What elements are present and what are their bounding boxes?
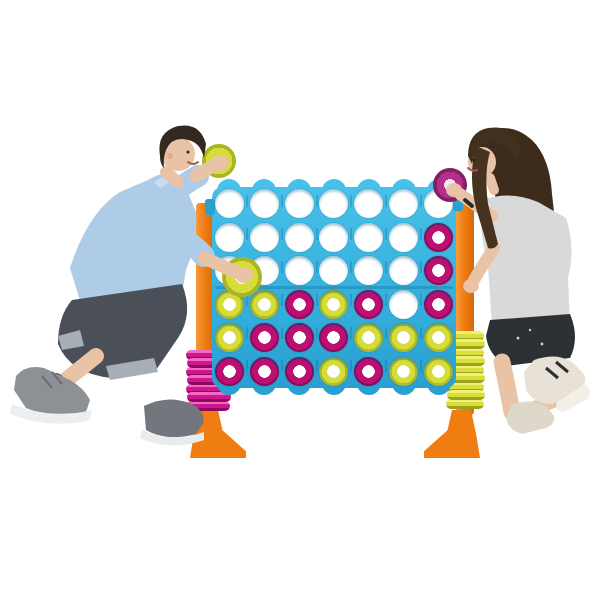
empty-slot <box>319 189 348 218</box>
man-front-forearm <box>204 258 236 272</box>
player-right-woman <box>418 116 598 446</box>
woman-eye <box>473 159 476 162</box>
cell-r4c3[interactable] <box>282 288 317 322</box>
cell-r1c3[interactable] <box>282 187 317 221</box>
cell-r4c6[interactable] <box>386 288 421 322</box>
cell-r6c4[interactable] <box>317 355 352 389</box>
disc-magenta <box>354 357 383 386</box>
cell-r3c4[interactable] <box>317 254 352 288</box>
man-eye <box>186 150 189 153</box>
empty-slot <box>354 189 383 218</box>
disc-yellow <box>389 357 418 386</box>
cell-r5c5[interactable] <box>351 321 386 355</box>
woman-thigh <box>502 362 512 412</box>
disc-magenta <box>354 290 383 319</box>
disc-yellow <box>319 357 348 386</box>
cell-r1c5[interactable] <box>351 187 386 221</box>
cell-r2c5[interactable] <box>351 221 386 255</box>
cell-r5c6[interactable] <box>386 321 421 355</box>
cell-r4c4[interactable] <box>317 288 352 322</box>
man-far-shoe <box>144 399 204 437</box>
cell-r2c3[interactable] <box>282 221 317 255</box>
cell-r6c6[interactable] <box>386 355 421 389</box>
cell-r2c6[interactable] <box>386 221 421 255</box>
empty-slot <box>354 223 383 252</box>
man-neck <box>166 172 178 182</box>
empty-slot <box>319 256 348 285</box>
woman-neck <box>490 178 494 190</box>
cell-r3c3[interactable] <box>282 254 317 288</box>
disc-magenta <box>285 323 314 352</box>
empty-slot <box>389 223 418 252</box>
cell-r3c5[interactable] <box>351 254 386 288</box>
empty-slot <box>389 290 418 319</box>
empty-slot <box>319 223 348 252</box>
man-smile <box>188 162 198 164</box>
cell-r6c3[interactable] <box>282 355 317 389</box>
disc-yellow <box>354 323 383 352</box>
disc-magenta <box>285 290 314 319</box>
cell-r5c4[interactable] <box>317 321 352 355</box>
man-ear <box>167 153 173 159</box>
man-front-hand <box>235 267 253 283</box>
empty-slot <box>285 223 314 252</box>
cell-r2c4[interactable] <box>317 221 352 255</box>
cell-r6c5[interactable] <box>351 355 386 389</box>
empty-slot <box>389 256 418 285</box>
disc-yellow <box>319 290 348 319</box>
disc-magenta <box>285 357 314 386</box>
woman-hand-post <box>463 279 479 293</box>
empty-slot <box>389 189 418 218</box>
empty-slot <box>285 189 314 218</box>
disc-magenta <box>319 323 348 352</box>
cell-r3c6[interactable] <box>386 254 421 288</box>
empty-slot <box>285 256 314 285</box>
disc-yellow <box>389 323 418 352</box>
woman-hand-up <box>446 183 462 197</box>
cell-r1c4[interactable] <box>317 187 352 221</box>
man-raised-hand <box>211 155 229 171</box>
product-photo-stage <box>0 0 600 600</box>
cell-r4c5[interactable] <box>351 288 386 322</box>
empty-slot <box>354 256 383 285</box>
player-left-man <box>8 118 268 448</box>
cell-r1c6[interactable] <box>386 187 421 221</box>
cell-r5c3[interactable] <box>282 321 317 355</box>
